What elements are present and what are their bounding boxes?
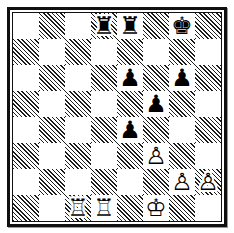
square-d5 <box>91 91 117 117</box>
square-a7 <box>13 39 39 65</box>
square-d6 <box>91 65 117 91</box>
square-e5 <box>117 91 143 117</box>
chess-diagram: ♜♜♚♟♟♟♟♙♙♙♖♖♔ <box>0 0 234 233</box>
black-rook-e8: ♜ <box>119 13 141 39</box>
chess-board: ♜♜♚♟♟♟♟♙♙♙♖♖♔ <box>13 13 221 221</box>
square-b3 <box>39 143 65 169</box>
square-e7 <box>117 39 143 65</box>
white-rook-c1: ♖ <box>67 195 89 221</box>
square-a8 <box>13 13 39 39</box>
square-b8 <box>39 13 65 39</box>
square-h1 <box>195 195 221 221</box>
square-g3 <box>169 143 195 169</box>
square-f8 <box>143 13 169 39</box>
square-h6 <box>195 65 221 91</box>
square-f5: ♟ <box>143 91 169 117</box>
square-e3 <box>117 143 143 169</box>
square-e1 <box>117 195 143 221</box>
black-pawn-g6: ♟ <box>171 65 193 91</box>
square-d4 <box>91 117 117 143</box>
black-pawn-f5: ♟ <box>145 91 167 117</box>
white-rook-d1: ♖ <box>93 195 115 221</box>
square-e8: ♜ <box>117 13 143 39</box>
square-d8: ♜ <box>91 13 117 39</box>
square-d1: ♖ <box>91 195 117 221</box>
square-b5 <box>39 91 65 117</box>
square-c4 <box>65 117 91 143</box>
square-h2: ♙ <box>195 169 221 195</box>
square-a2 <box>13 169 39 195</box>
square-a3 <box>13 143 39 169</box>
square-g1 <box>169 195 195 221</box>
square-c3 <box>65 143 91 169</box>
square-g5 <box>169 91 195 117</box>
board-inner-frame: ♜♜♚♟♟♟♟♙♙♙♖♖♔ <box>12 12 222 222</box>
black-pawn-e4: ♟ <box>119 117 141 143</box>
square-f3: ♙ <box>143 143 169 169</box>
square-g7 <box>169 39 195 65</box>
square-c5 <box>65 91 91 117</box>
white-pawn-f3: ♙ <box>145 143 167 169</box>
square-b6 <box>39 65 65 91</box>
square-f7 <box>143 39 169 65</box>
square-h8 <box>195 13 221 39</box>
square-g6: ♟ <box>169 65 195 91</box>
square-d3 <box>91 143 117 169</box>
square-g8: ♚ <box>169 13 195 39</box>
square-c6 <box>65 65 91 91</box>
square-h4 <box>195 117 221 143</box>
board-outer-frame: ♜♜♚♟♟♟♟♙♙♙♖♖♔ <box>7 7 227 227</box>
square-b4 <box>39 117 65 143</box>
square-c1: ♖ <box>65 195 91 221</box>
white-pawn-h2: ♙ <box>197 169 219 195</box>
square-b2 <box>39 169 65 195</box>
square-h5 <box>195 91 221 117</box>
white-king-f1: ♔ <box>145 195 167 221</box>
square-g2: ♙ <box>169 169 195 195</box>
square-b1 <box>39 195 65 221</box>
square-e6: ♟ <box>117 65 143 91</box>
square-f4 <box>143 117 169 143</box>
white-pawn-g2: ♙ <box>171 169 193 195</box>
square-a1 <box>13 195 39 221</box>
square-c8 <box>65 13 91 39</box>
square-a4 <box>13 117 39 143</box>
square-a6 <box>13 65 39 91</box>
square-f1: ♔ <box>143 195 169 221</box>
square-d2 <box>91 169 117 195</box>
square-e2 <box>117 169 143 195</box>
square-c2 <box>65 169 91 195</box>
square-a5 <box>13 91 39 117</box>
square-f2 <box>143 169 169 195</box>
square-c7 <box>65 39 91 65</box>
square-h7 <box>195 39 221 65</box>
square-g4 <box>169 117 195 143</box>
square-b7 <box>39 39 65 65</box>
square-e4: ♟ <box>117 117 143 143</box>
black-king-g8: ♚ <box>171 13 193 39</box>
square-f6 <box>143 65 169 91</box>
black-rook-d8: ♜ <box>93 13 115 39</box>
square-h3 <box>195 143 221 169</box>
black-pawn-e6: ♟ <box>119 65 141 91</box>
square-d7 <box>91 39 117 65</box>
